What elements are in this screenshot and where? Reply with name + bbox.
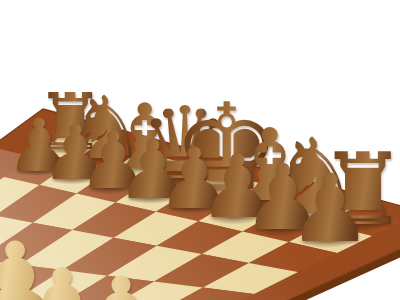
black-pawn-h7: ♟ — [288, 162, 372, 256]
chess-set-photo: ♜♞♝♛♚♝♞♜♟♟♟♟♟♟♟♟♟♟♟ — [0, 0, 400, 300]
white-pawn-h2: ♟ — [67, 262, 175, 300]
